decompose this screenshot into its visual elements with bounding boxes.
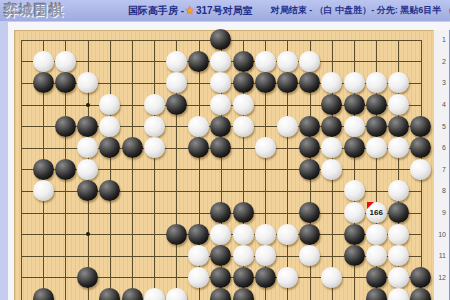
- room-type-label: 国际高手房 -: [128, 4, 184, 18]
- go-client-window: 弈城围棋 国际高手房 - ★ 317号对局室 对局结束 - （白 中盘胜）- 分…: [0, 0, 450, 300]
- app-logo: 弈城围棋: [4, 2, 64, 20]
- title-bar: 弈城围棋 国际高手房 - ★ 317号对局室 对局结束 - （白 中盘胜）- 分…: [0, 0, 450, 21]
- go-board[interactable]: [14, 30, 434, 300]
- room-title: 国际高手房 - ★ 317号对局室 对局结束 - （白 中盘胜）- 分先: 黑贴…: [128, 0, 450, 21]
- room-number-label: 317号对局室: [196, 4, 253, 18]
- row-coordinate-strip: [433, 30, 450, 300]
- game-result-label: 对局结束 - （白 中盘胜）- 分先: 黑贴6目半 （: [271, 4, 450, 17]
- star-burst-icon: ★: [185, 4, 195, 17]
